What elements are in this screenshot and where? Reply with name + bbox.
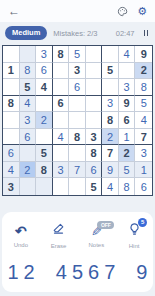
cell-r6c1[interactable] — [3, 129, 20, 146]
numpad-key-9[interactable]: 9 — [134, 256, 150, 288]
eraser-icon — [52, 222, 66, 237]
hint-count-badge: 5 — [138, 218, 147, 227]
cell-r7c3[interactable]: 5 — [36, 145, 53, 162]
cell-r9c9[interactable]: 6 — [135, 178, 152, 195]
cell-r6c7[interactable]: 2 — [102, 129, 119, 146]
app-bar: ← ⚙ — [0, 0, 155, 22]
cell-r1c5[interactable]: 5 — [69, 46, 86, 63]
cell-r9c6[interactable]: 5 — [86, 178, 103, 195]
cell-r1c6[interactable] — [86, 46, 103, 63]
cell-r2c3[interactable]: 6 — [36, 63, 53, 80]
cell-r4c6[interactable] — [86, 96, 103, 113]
cell-r6c9[interactable]: 7 — [135, 129, 152, 146]
toolbar: ↶ Undo Erase ✎ OFF Notes — [2, 222, 153, 249]
number-pad: 1245679 — [2, 256, 153, 288]
cell-r9c3[interactable] — [36, 178, 53, 195]
cell-r3c6[interactable] — [86, 79, 103, 96]
lightbulb-icon: 5 — [127, 222, 141, 237]
cell-r3c9[interactable]: 8 — [135, 79, 152, 96]
cell-r7c9[interactable]: 3 — [135, 145, 152, 162]
numpad-slot-empty — [37, 256, 53, 288]
cell-r2c1[interactable]: 1 — [3, 63, 20, 80]
cell-r5c1[interactable] — [3, 112, 20, 129]
cell-r7c6[interactable]: 8 — [86, 145, 103, 162]
numpad-slot-empty — [118, 256, 134, 288]
cell-r1c7[interactable] — [102, 46, 119, 63]
cell-r3c4[interactable] — [53, 79, 70, 96]
cell-r4c2[interactable]: 4 — [20, 96, 37, 113]
cell-r2c5[interactable]: 3 — [69, 63, 86, 80]
notes-button[interactable]: ✎ OFF Notes — [78, 222, 116, 249]
cell-r8c5[interactable]: 7 — [69, 162, 86, 179]
cell-r2c4[interactable] — [53, 63, 70, 80]
pause-icon[interactable] — [144, 30, 149, 36]
cell-r9c5[interactable] — [69, 178, 86, 195]
cell-r9c1[interactable]: 3 — [3, 178, 20, 195]
cell-r6c8[interactable]: 1 — [119, 129, 136, 146]
hint-button[interactable]: 5 Hint — [115, 222, 153, 249]
cell-r8c1[interactable]: 4 — [3, 162, 20, 179]
cell-r5c8[interactable]: 6 — [119, 112, 136, 129]
cell-r5c2[interactable]: 3 — [20, 112, 37, 129]
cell-r2c9[interactable]: 2 — [135, 63, 152, 80]
cell-r2c7[interactable]: 5 — [102, 63, 119, 80]
numpad-key-5[interactable]: 5 — [69, 256, 85, 288]
cell-r3c5[interactable]: 6 — [69, 79, 86, 96]
cell-r6c4[interactable]: 4 — [53, 129, 70, 146]
cell-r7c8[interactable]: 2 — [119, 145, 136, 162]
cell-r8c7[interactable]: 9 — [102, 162, 119, 179]
pencil-icon: ✎ OFF — [89, 225, 103, 240]
cell-r2c8[interactable] — [119, 63, 136, 80]
difficulty-badge: Medium — [5, 26, 47, 40]
cell-r1c2[interactable] — [20, 46, 37, 63]
cell-r1c9[interactable]: 9 — [135, 46, 152, 63]
cell-r8c4[interactable]: 3 — [53, 162, 70, 179]
cell-r3c8[interactable]: 3 — [119, 79, 136, 96]
undo-icon: ↶ — [14, 224, 28, 239]
sudoku-board: 3854918635254638846395328646483217658723… — [2, 45, 153, 196]
cell-r9c2[interactable] — [20, 178, 37, 195]
cell-r6c2[interactable]: 6 — [20, 129, 37, 146]
undo-button[interactable]: ↶ Undo — [2, 222, 40, 249]
cell-r7c4[interactable] — [53, 145, 70, 162]
cell-r2c2[interactable]: 8 — [20, 63, 37, 80]
settings-gear-icon[interactable]: ⚙ — [137, 6, 147, 17]
control-panel: ↶ Undo Erase ✎ OFF Notes — [2, 212, 153, 292]
cell-r3c2[interactable]: 5 — [20, 79, 37, 96]
cell-r5c6[interactable] — [86, 112, 103, 129]
numpad-key-6[interactable]: 6 — [86, 256, 102, 288]
cell-r7c7[interactable]: 7 — [102, 145, 119, 162]
cell-r6c3[interactable] — [36, 129, 53, 146]
cell-r4c8[interactable]: 9 — [119, 96, 136, 113]
erase-button[interactable]: Erase — [40, 222, 78, 249]
cell-r8c2[interactable]: 2 — [20, 162, 37, 179]
undo-label: Undo — [2, 242, 40, 248]
palette-icon[interactable] — [117, 6, 128, 17]
cell-r1c3[interactable]: 3 — [36, 46, 53, 63]
cell-r3c1[interactable] — [3, 79, 20, 96]
numpad-key-2[interactable]: 2 — [21, 256, 37, 288]
cell-r4c4[interactable]: 6 — [53, 96, 70, 113]
status-bar: Medium Mistakes: 2/3 02:47 — [0, 22, 155, 44]
notes-off-badge: OFF — [97, 221, 114, 229]
cell-r3c3[interactable]: 4 — [36, 79, 53, 96]
cell-r5c5[interactable] — [69, 112, 86, 129]
hint-label: Hint — [115, 243, 153, 249]
cell-r8c9[interactable]: 1 — [135, 162, 152, 179]
cell-r1c4[interactable]: 8 — [53, 46, 70, 63]
numpad-key-4[interactable]: 4 — [53, 256, 69, 288]
cell-r4c5[interactable] — [69, 96, 86, 113]
cell-r5c7[interactable]: 8 — [102, 112, 119, 129]
cell-r7c2[interactable] — [20, 145, 37, 162]
numpad-key-1[interactable]: 1 — [5, 256, 21, 288]
numpad-key-7[interactable]: 7 — [102, 256, 118, 288]
cell-r4c3[interactable] — [36, 96, 53, 113]
cell-r5c9[interactable]: 4 — [135, 112, 152, 129]
cell-r8c8[interactable]: 5 — [119, 162, 136, 179]
cell-r4c7[interactable]: 3 — [102, 96, 119, 113]
timer: 02:47 — [116, 29, 135, 38]
cell-r8c6[interactable]: 6 — [86, 162, 103, 179]
cell-r5c3[interactable]: 2 — [36, 112, 53, 129]
notes-label: Notes — [78, 242, 116, 248]
cell-r6c5[interactable]: 8 — [69, 129, 86, 146]
cell-r3c7[interactable] — [102, 79, 119, 96]
cell-r9c8[interactable]: 8 — [119, 178, 136, 195]
cell-r5c4[interactable] — [53, 112, 70, 129]
cell-r1c8[interactable]: 4 — [119, 46, 136, 63]
cell-r8c3[interactable]: 8 — [36, 162, 53, 179]
erase-label: Erase — [40, 243, 78, 249]
mistakes-counter: Mistakes: 2/3 — [53, 29, 109, 38]
cell-r4c9[interactable]: 5 — [135, 96, 152, 113]
cell-r7c1[interactable]: 6 — [3, 145, 20, 162]
cell-r7c5[interactable] — [69, 145, 86, 162]
cell-r1c1[interactable] — [3, 46, 20, 63]
cell-r6c6[interactable]: 3 — [86, 129, 103, 146]
cell-r4c1[interactable]: 8 — [3, 96, 20, 113]
cell-r9c7[interactable]: 4 — [102, 178, 119, 195]
back-icon[interactable]: ← — [8, 0, 20, 22]
cell-r9c4[interactable] — [53, 178, 70, 195]
cell-r2c6[interactable] — [86, 63, 103, 80]
